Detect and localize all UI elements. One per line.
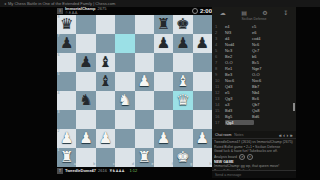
black-move[interactable]: O-O [252,72,279,77]
black-move[interactable]: Nxc6 [252,78,279,83]
square-e1[interactable]: e♜ [135,148,154,167]
white-move[interactable]: Nc3 [225,48,252,53]
move-row: 17Qg4 [212,119,292,125]
move-number: 15 [212,108,225,113]
square-e2[interactable] [135,129,154,148]
black-move[interactable]: Bb7 [252,84,279,89]
rank-label: 6 [58,54,60,58]
square-a3[interactable]: 3 [57,110,76,129]
black-rook: ♜ [154,15,173,34]
square-a5[interactable]: 5 [57,72,76,91]
square-c3[interactable] [96,110,115,129]
square-f7[interactable]: ♟ [154,34,173,53]
black-pawn: ♟ [173,34,192,53]
square-h1[interactable]: h [193,148,212,167]
white-move[interactable]: Qd3 [225,84,252,89]
square-g2[interactable] [173,129,192,148]
square-f3[interactable] [154,110,173,129]
move-number: 6 [212,54,225,59]
square-h2[interactable]: ♟ [193,129,212,148]
chat-header: Chat room Notes «‹›» [212,131,296,139]
white-move[interactable]: e4 [225,24,252,29]
square-b1[interactable]: b [76,148,95,167]
square-d7[interactable] [115,34,134,53]
avatar-bottom[interactable]: T [57,168,63,174]
square-f4[interactable] [154,91,173,110]
white-move[interactable]: Qg3 [225,96,252,101]
white-move[interactable]: Bg5 [225,114,252,119]
square-a7[interactable]: 7♟ [57,34,76,53]
black-move[interactable]: e6 [252,30,279,35]
square-a6[interactable]: 6 [57,53,76,72]
chat-input[interactable]: Send a message [212,170,296,178]
square-c7[interactable] [96,34,115,53]
move-number: 16 [212,114,225,119]
black-move[interactable]: Qa8 [252,108,279,113]
square-b5[interactable] [76,72,95,91]
white-bishop: ♝ [173,72,192,91]
black-move[interactable]: b6 [252,54,279,59]
square-b4[interactable]: ♞ [76,91,95,110]
black-pawn: ♟ [76,53,95,72]
square-g1[interactable]: g♚ [173,148,192,167]
square-c8[interactable] [96,15,115,34]
white-knight: ♞ [115,91,134,110]
square-c1[interactable]: c [96,148,115,167]
side-panel: ☁▤⚙↧ Sicilian Defense 1e4c52Nf3e63d4cxd4… [212,7,296,178]
player-bar-bottom: T TweedleDome47 2616 ♜♞♟♟♟ 1:12 [57,167,212,175]
square-g5[interactable]: ♝ [173,72,192,91]
square-e4[interactable] [135,91,154,110]
engine-icon[interactable]: ☁ [220,9,226,16]
black-bishop: ♝ [96,72,115,91]
black-bishop: ♝ [96,53,115,72]
panel-toolbar: ☁▤⚙↧ [212,7,296,17]
move-number: 12 [212,90,225,95]
move-number: 13 [212,96,225,101]
square-d5[interactable] [115,72,134,91]
black-move[interactable]: c5 [252,24,279,29]
move-number: 8 [212,66,225,71]
white-pawn: ♟ [76,129,95,148]
square-g6[interactable] [173,53,192,72]
square-h5[interactable] [193,72,212,91]
black-move[interactable]: Qb7 [252,102,279,107]
white-move[interactable]: Nf3 [225,30,252,35]
square-d4[interactable]: ♞ [115,91,134,110]
clock-top: 2:00 [178,7,212,15]
tab-chat-room[interactable]: Chat room [215,133,231,137]
book-icon[interactable]: ▤ [241,9,247,16]
window-title-bar: ◂ My Chess Battle in One of the Extended… [0,0,320,7]
black-move[interactable]: Nc6 [252,42,279,47]
square-d6[interactable] [115,53,134,72]
square-e5[interactable]: ♟ [135,72,154,91]
black-move[interactable]: cxd4 [252,36,279,41]
square-f8[interactable]: ♜ [154,15,173,34]
white-move[interactable]: Qg4 [225,120,254,125]
white-move[interactable]: Be2 [225,54,252,59]
chess-board[interactable]: 8♛♜♚7♟♟♟♟6♟♝5♝♟♝4♞♞♛32♟♟♟♟♟1a♜bcde♜fg♚h [57,15,212,167]
square-h8[interactable] [193,15,212,34]
square-c4[interactable] [96,91,115,110]
white-move[interactable]: Re1 [225,66,252,71]
white-pawn: ♟ [154,129,173,148]
square-b7[interactable] [76,34,95,53]
white-move[interactable]: Nxd4 [225,42,252,47]
black-queen: ♛ [57,15,76,34]
move-number: 9 [212,72,225,77]
black-move[interactable]: Bc5 [252,60,279,65]
move-number: 17 [212,120,225,125]
move-nav-buttons[interactable]: «‹›» [279,132,294,138]
square-f2[interactable]: ♟ [154,129,173,148]
square-b8[interactable] [76,15,95,34]
square-d8[interactable] [115,15,134,34]
square-d2[interactable] [115,129,134,148]
square-a2[interactable]: 2♟ [57,129,76,148]
white-queen: ♛ [173,91,192,110]
clock-ring-icon [192,8,198,14]
square-g4[interactable]: ♛ [173,91,192,110]
black-move[interactable]: Bc6 [252,96,279,101]
square-h6[interactable] [193,53,212,72]
square-c2[interactable]: ♟ [96,129,115,148]
rank-label: 5 [58,73,60,77]
black-king: ♚ [173,15,192,34]
black-pawn: ♟ [154,34,173,53]
square-e8[interactable] [135,15,154,34]
square-f5[interactable] [154,72,173,91]
white-move[interactable]: Nxc6 [225,78,252,83]
square-h7[interactable]: ♟ [193,34,212,53]
white-pawn: ♟ [135,72,154,91]
chat-action-button[interactable]: ↺ [239,154,245,160]
white-pawn: ♟ [57,129,76,148]
black-pawn: ♟ [57,34,76,53]
square-a8[interactable]: 8♛ [57,15,76,34]
black-move[interactable]: Qc7 [252,48,279,53]
white-move[interactable]: Bd3 [225,108,252,113]
square-b6[interactable]: ♟ [76,53,95,72]
video-frame: ◂ My Chess Battle in One of the Extended… [0,0,320,180]
chat-input-placeholder: Send a message [215,173,241,177]
clock-top-time: 2:00 [200,8,212,14]
square-b2[interactable]: ♟ [76,129,95,148]
tab-notes[interactable]: Notes [234,133,243,137]
white-pawn: ♟ [193,129,212,148]
white-move[interactable]: Be3 [225,72,252,77]
move-number: 10 [212,78,225,83]
back-icon[interactable]: ◂ [4,1,6,6]
black-pawn: ♟ [193,34,212,53]
square-h4[interactable] [193,91,212,110]
square-b3[interactable] [76,110,95,129]
black-move[interactable]: Nb4 [252,90,279,95]
chat-line: TweedleDome47 (2616) vs ImmortalChamp (2… [214,140,294,145]
white-move[interactable]: O-O [225,60,252,65]
white-pawn: ♟ [96,129,115,148]
black-knight: ♞ [76,91,95,110]
square-h3[interactable] [193,110,212,129]
white-rook: ♜ [135,148,154,167]
move-number: 7 [212,60,225,65]
move-number: 1 [212,24,225,29]
move-number: 5 [212,48,225,53]
square-a4[interactable]: 4 [57,91,76,110]
square-c5[interactable]: ♝ [96,72,115,91]
chat-action-button[interactable]: × [247,154,253,160]
white-king: ♚ [173,148,192,167]
player-rating-bottom: 2616 [98,169,107,173]
captured-pieces-bottom: ♜♞♟♟♟ [109,169,124,173]
rank-label: 4 [58,92,60,96]
square-g8[interactable]: ♚ [173,15,192,34]
white-move[interactable]: d4 [225,36,252,41]
avatar-top[interactable]: I [57,8,63,14]
square-g7[interactable]: ♟ [173,34,192,53]
player-name-bottom[interactable]: TweedleDome47 [65,169,96,173]
square-e3[interactable] [135,110,154,129]
move-number: 4 [212,42,225,47]
square-e7[interactable] [135,34,154,53]
white-move[interactable]: a3 [225,102,252,107]
square-f1[interactable]: f [154,148,173,167]
square-a1[interactable]: 1a♜ [57,148,76,167]
square-f6[interactable] [154,53,173,72]
move-list[interactable]: 1e4c52Nf3e63d4cxd44Nxd4Nc65Nc3Qc76Be2b67… [212,23,292,125]
move-number: 2 [212,30,225,35]
square-d1[interactable]: d [115,148,134,167]
scrollbar-thumb[interactable] [293,103,295,111]
white-move[interactable]: e5 [225,90,252,95]
clock-bottom-time: 1:12 [129,169,137,173]
black-move[interactable]: Bd6 [252,114,279,119]
square-c6[interactable]: ♝ [96,53,115,72]
rank-label: 3 [58,111,60,115]
white-rook: ♜ [57,148,76,167]
settings-gear-icon[interactable]: ⚙ [262,9,267,16]
opening-name: Sicilian Defense [212,17,296,22]
move-number: 11 [212,84,225,89]
black-move[interactable]: Nge7 [252,66,279,71]
move-number: 3 [212,36,225,41]
chat-section: Chat room Notes «‹›» TweedleDome47 (2616… [212,131,296,178]
download-icon[interactable]: ↧ [283,9,288,16]
move-number: 14 [212,102,225,107]
square-d3[interactable] [115,110,134,129]
square-g3[interactable] [173,110,192,129]
square-e6[interactable] [135,53,154,72]
